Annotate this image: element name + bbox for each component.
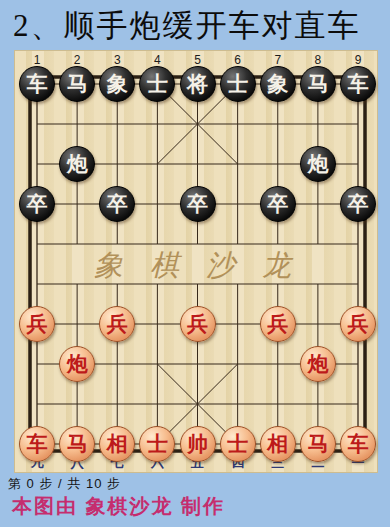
piece-red-f2-r8[interactable]: 炮 — [59, 346, 95, 382]
piece-red-f7-r7[interactable]: 兵 — [260, 306, 296, 342]
piece-red-f9-r7[interactable]: 兵 — [340, 306, 376, 342]
piece-black-f7-r4[interactable]: 卒 — [260, 186, 296, 222]
piece-red-f6-r10[interactable]: 士 — [220, 426, 256, 462]
piece-char: 兵 — [27, 306, 48, 342]
piece-char: 车 — [348, 426, 369, 462]
piece-char: 车 — [348, 66, 369, 102]
piece-black-f7-r1[interactable]: 象 — [260, 66, 296, 102]
move-counter: 第 0 步 / 共 10 步 — [8, 476, 121, 491]
piece-char: 炮 — [67, 346, 88, 382]
piece-char: 兵 — [107, 306, 128, 342]
piece-char: 帅 — [187, 426, 208, 462]
piece-black-f8-r3[interactable]: 炮 — [300, 146, 336, 182]
piece-black-f9-r4[interactable]: 卒 — [340, 186, 376, 222]
piece-red-f9-r10[interactable]: 车 — [340, 426, 376, 462]
piece-char: 卒 — [107, 186, 128, 222]
piece-red-f8-r10[interactable]: 马 — [300, 426, 336, 462]
piece-red-f5-r7[interactable]: 兵 — [180, 306, 216, 342]
piece-char: 卒 — [187, 186, 208, 222]
piece-char: 相 — [107, 426, 128, 462]
piece-black-f2-r1[interactable]: 马 — [59, 66, 95, 102]
piece-char: 象 — [107, 66, 128, 102]
piece-black-f3-r4[interactable]: 卒 — [99, 186, 135, 222]
piece-red-f2-r10[interactable]: 马 — [59, 426, 95, 462]
piece-char: 士 — [147, 66, 168, 102]
piece-char: 相 — [267, 426, 288, 462]
piece-black-f9-r1[interactable]: 车 — [340, 66, 376, 102]
piece-red-f7-r10[interactable]: 相 — [260, 426, 296, 462]
piece-char: 兵 — [348, 306, 369, 342]
piece-char: 士 — [227, 426, 248, 462]
piece-char: 将 — [187, 66, 208, 102]
piece-char: 兵 — [267, 306, 288, 342]
xiangqi-board: 象棋沙龙 123456789 九八七六五四三二一 车马象士将士象马车炮炮卒卒卒卒… — [14, 50, 378, 473]
piece-red-f1-r7[interactable]: 兵 — [19, 306, 55, 342]
piece-char: 车 — [27, 426, 48, 462]
piece-black-f1-r4[interactable]: 卒 — [19, 186, 55, 222]
piece-char: 车 — [27, 66, 48, 102]
piece-red-f3-r10[interactable]: 相 — [99, 426, 135, 462]
piece-black-f2-r3[interactable]: 炮 — [59, 146, 95, 182]
piece-black-f8-r1[interactable]: 马 — [300, 66, 336, 102]
piece-red-f1-r10[interactable]: 车 — [19, 426, 55, 462]
xiangqi-diagram-page: 2、顺手炮缓开车对直车 象棋沙龙 123456789 九八七六五四三二一 车马象… — [0, 0, 390, 527]
piece-char: 卒 — [348, 186, 369, 222]
piece-char: 象 — [267, 66, 288, 102]
piece-char: 卒 — [27, 186, 48, 222]
piece-char: 马 — [67, 66, 88, 102]
piece-black-f6-r1[interactable]: 士 — [220, 66, 256, 102]
piece-red-f5-r10[interactable]: 帅 — [180, 426, 216, 462]
piece-char: 兵 — [187, 306, 208, 342]
piece-black-f5-r4[interactable]: 卒 — [180, 186, 216, 222]
piece-red-f8-r8[interactable]: 炮 — [300, 346, 336, 382]
piece-char: 马 — [67, 426, 88, 462]
piece-char: 卒 — [267, 186, 288, 222]
piece-char: 炮 — [307, 146, 328, 182]
piece-black-f3-r1[interactable]: 象 — [99, 66, 135, 102]
piece-red-f3-r7[interactable]: 兵 — [99, 306, 135, 342]
piece-char: 士 — [227, 66, 248, 102]
piece-black-f1-r1[interactable]: 车 — [19, 66, 55, 102]
piece-char: 炮 — [67, 146, 88, 182]
credit-line: 本图由 象棋沙龙 制作 — [12, 493, 225, 519]
piece-char: 马 — [307, 426, 328, 462]
page-title: 2、顺手炮缓开车对直车 — [13, 4, 385, 48]
piece-char: 炮 — [307, 346, 328, 382]
piece-char: 马 — [307, 66, 328, 102]
piece-black-f5-r1[interactable]: 将 — [180, 66, 216, 102]
piece-char: 士 — [147, 426, 168, 462]
river-watermark: 象棋沙龙 — [94, 249, 318, 281]
